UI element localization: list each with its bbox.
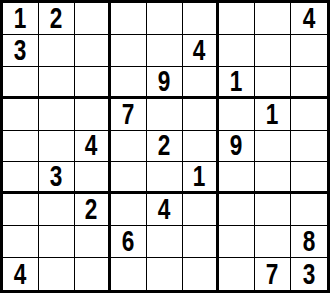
cell-r6c6: 1	[183, 162, 219, 194]
cell-r1c8[interactable]	[255, 3, 291, 35]
cell-r8c1[interactable]	[3, 226, 39, 258]
given-digit: 4	[193, 36, 206, 65]
cell-r9c9: 3	[291, 258, 327, 290]
cell-r5c8[interactable]	[255, 131, 291, 163]
cell-r6c7[interactable]	[219, 162, 255, 194]
cell-r9c5[interactable]	[147, 258, 183, 290]
cell-r3c5: 9	[147, 67, 183, 99]
cell-r1c4[interactable]	[111, 3, 147, 35]
cell-r3c8[interactable]	[255, 67, 291, 99]
cell-r2c3[interactable]	[75, 35, 111, 67]
cell-r4c4: 7	[111, 99, 147, 131]
cell-r6c2: 3	[39, 162, 75, 194]
cell-r7c7[interactable]	[219, 194, 255, 226]
cell-r7c3: 2	[75, 194, 111, 226]
cell-r8c2[interactable]	[39, 226, 75, 258]
given-digit: 1	[266, 100, 279, 129]
cell-r7c6[interactable]	[183, 194, 219, 226]
cell-r1c5[interactable]	[147, 3, 183, 35]
cell-r3c2[interactable]	[39, 67, 75, 99]
cell-r6c4[interactable]	[111, 162, 147, 194]
cell-r7c9[interactable]	[291, 194, 327, 226]
cell-r7c1[interactable]	[3, 194, 39, 226]
cell-r1c3[interactable]	[75, 3, 111, 35]
given-digit: 7	[266, 260, 279, 289]
cell-r3c9[interactable]	[291, 67, 327, 99]
cell-r1c2: 2	[39, 3, 75, 35]
cell-r3c1[interactable]	[3, 67, 39, 99]
cell-r9c1: 4	[3, 258, 39, 290]
cell-r9c8: 7	[255, 258, 291, 290]
cell-r4c2[interactable]	[39, 99, 75, 131]
cell-r5c4[interactable]	[111, 131, 147, 163]
given-digit: 3	[303, 260, 316, 289]
cell-r2c9[interactable]	[291, 35, 327, 67]
given-digit: 1	[193, 162, 206, 191]
cell-r6c3[interactable]	[75, 162, 111, 194]
cell-r2c6: 4	[183, 35, 219, 67]
cell-r4c5[interactable]	[147, 99, 183, 131]
given-digit: 8	[303, 227, 316, 256]
given-digit: 1	[230, 67, 243, 96]
cell-r1c6[interactable]	[183, 3, 219, 35]
cell-r8c3[interactable]	[75, 226, 111, 258]
cell-r7c4[interactable]	[111, 194, 147, 226]
cell-r8c8[interactable]	[255, 226, 291, 258]
cell-r8c7[interactable]	[219, 226, 255, 258]
given-digit: 7	[122, 100, 135, 129]
cell-r9c7[interactable]	[219, 258, 255, 290]
cell-r2c4[interactable]	[111, 35, 147, 67]
given-digit: 4	[303, 4, 316, 33]
cell-r7c2[interactable]	[39, 194, 75, 226]
given-digit: 9	[158, 67, 171, 96]
cell-r5c1[interactable]	[3, 131, 39, 163]
cell-r8c6[interactable]	[183, 226, 219, 258]
cell-r4c9[interactable]	[291, 99, 327, 131]
given-digit: 6	[122, 227, 135, 256]
cell-r5c9[interactable]	[291, 131, 327, 163]
cell-r5c6[interactable]	[183, 131, 219, 163]
cell-r1c1: 1	[3, 3, 39, 35]
cell-r4c3[interactable]	[75, 99, 111, 131]
given-digit: 2	[158, 131, 171, 160]
cell-r3c7: 1	[219, 67, 255, 99]
cell-r8c4: 6	[111, 226, 147, 258]
cell-r4c7[interactable]	[219, 99, 255, 131]
cell-r1c9: 4	[291, 3, 327, 35]
cell-r9c6[interactable]	[183, 258, 219, 290]
cell-r2c2[interactable]	[39, 35, 75, 67]
cell-r5c2[interactable]	[39, 131, 75, 163]
cell-r9c4[interactable]	[111, 258, 147, 290]
cell-r5c5: 2	[147, 131, 183, 163]
cell-r2c1: 3	[3, 35, 39, 67]
cell-r2c8[interactable]	[255, 35, 291, 67]
cell-r9c3[interactable]	[75, 258, 111, 290]
cell-r9c2[interactable]	[39, 258, 75, 290]
cell-r4c6[interactable]	[183, 99, 219, 131]
given-digit: 4	[14, 260, 27, 289]
cell-r5c7: 9	[219, 131, 255, 163]
sudoku-board: 124349171429312468473	[0, 0, 330, 293]
given-digit: 4	[158, 195, 171, 224]
cell-r6c5[interactable]	[147, 162, 183, 194]
cell-r3c4[interactable]	[111, 67, 147, 99]
cell-r5c3: 4	[75, 131, 111, 163]
given-digit: 1	[14, 4, 27, 33]
given-digit: 9	[230, 131, 243, 160]
given-digit: 4	[85, 131, 98, 160]
cell-r7c8[interactable]	[255, 194, 291, 226]
cell-r7c5: 4	[147, 194, 183, 226]
cell-r6c1[interactable]	[3, 162, 39, 194]
given-digit: 2	[50, 4, 63, 33]
cell-r4c8: 1	[255, 99, 291, 131]
cell-r2c5[interactable]	[147, 35, 183, 67]
cell-r6c9[interactable]	[291, 162, 327, 194]
cell-r1c7[interactable]	[219, 3, 255, 35]
given-digit: 3	[50, 162, 63, 191]
cell-r6c8[interactable]	[255, 162, 291, 194]
cell-r2c7[interactable]	[219, 35, 255, 67]
cell-r8c9: 8	[291, 226, 327, 258]
cell-r8c5[interactable]	[147, 226, 183, 258]
given-digit: 2	[85, 195, 98, 224]
cell-r3c6[interactable]	[183, 67, 219, 99]
given-digit: 3	[14, 36, 27, 65]
cell-r4c1[interactable]	[3, 99, 39, 131]
cell-r3c3[interactable]	[75, 67, 111, 99]
